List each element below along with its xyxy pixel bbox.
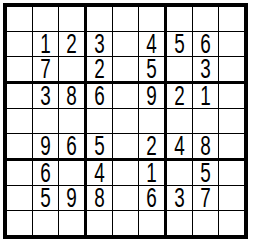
given-digit: 1 (40, 32, 51, 56)
cell-r8c7[interactable]: 3 (167, 186, 193, 211)
given-digit: 4 (174, 134, 185, 158)
cell-r4c9[interactable] (219, 84, 244, 109)
cell-r8c8[interactable]: 7 (193, 186, 219, 211)
cell-r9c5[interactable] (113, 211, 139, 235)
cell-r3c1[interactable] (7, 57, 33, 84)
cell-r3c5[interactable] (113, 57, 139, 84)
cell-r8c2[interactable]: 5 (33, 186, 59, 211)
given-digit: 2 (174, 84, 185, 108)
cell-r6c8[interactable]: 8 (193, 134, 219, 161)
given-digit: 6 (66, 134, 77, 158)
cell-r2c7[interactable]: 5 (167, 32, 193, 57)
cell-r8c9[interactable] (219, 186, 244, 211)
cell-r3c4[interactable]: 2 (87, 57, 113, 84)
cell-r9c3[interactable] (59, 211, 87, 235)
cell-r4c4[interactable]: 6 (87, 84, 113, 109)
cell-r2c9[interactable] (219, 32, 244, 57)
cell-r3c3[interactable] (59, 57, 87, 84)
cell-r8c1[interactable] (7, 186, 33, 211)
given-digit: 8 (94, 186, 105, 210)
cell-r4c2[interactable]: 3 (33, 84, 59, 109)
given-digit: 9 (66, 186, 77, 210)
cell-r9c7[interactable] (167, 211, 193, 235)
cell-r6c4[interactable]: 5 (87, 134, 113, 161)
cell-r6c3[interactable]: 6 (59, 134, 87, 161)
cell-r3c7[interactable] (167, 57, 193, 84)
sudoku-board: 12345672533869219652486415598637 (3, 3, 248, 239)
cell-r8c3[interactable]: 9 (59, 186, 87, 211)
cell-r4c6[interactable]: 9 (139, 84, 167, 109)
cell-r6c7[interactable]: 4 (167, 134, 193, 161)
cell-r3c2[interactable]: 7 (33, 57, 59, 84)
given-digit: 5 (146, 57, 157, 81)
cell-r2c5[interactable] (113, 32, 139, 57)
cell-r8c4[interactable]: 8 (87, 186, 113, 211)
cell-r7c1[interactable] (7, 161, 33, 186)
cell-r3c9[interactable] (219, 57, 244, 84)
given-digit: 8 (200, 134, 211, 158)
given-digit: 6 (200, 32, 211, 56)
given-digit: 3 (200, 57, 211, 81)
cell-r9c6[interactable] (139, 211, 167, 235)
cell-r4c5[interactable] (113, 84, 139, 109)
cell-r9c1[interactable] (7, 211, 33, 235)
cell-r6c1[interactable] (7, 134, 33, 161)
cell-r9c8[interactable] (193, 211, 219, 235)
cell-r7c9[interactable] (219, 161, 244, 186)
cell-r2c1[interactable] (7, 32, 33, 57)
cell-r2c3[interactable]: 2 (59, 32, 87, 57)
cell-r5c9[interactable] (219, 109, 244, 134)
given-digit: 3 (174, 186, 185, 210)
cell-r6c6[interactable]: 2 (139, 134, 167, 161)
cell-r4c3[interactable]: 8 (59, 84, 87, 109)
given-digit: 9 (40, 134, 51, 158)
cell-r3c8[interactable]: 3 (193, 57, 219, 84)
cell-r6c5[interactable] (113, 134, 139, 161)
given-digit: 2 (66, 32, 77, 56)
cell-r1c1[interactable] (7, 7, 33, 32)
given-digit: 2 (94, 57, 105, 81)
given-digit: 7 (40, 57, 51, 81)
given-digit: 6 (146, 186, 157, 210)
cell-r6c9[interactable] (219, 134, 244, 161)
cell-r8c6[interactable]: 6 (139, 186, 167, 211)
given-digit: 1 (200, 84, 211, 108)
given-digit: 4 (94, 161, 105, 185)
given-digit: 8 (66, 84, 77, 108)
given-digit: 5 (174, 32, 185, 56)
given-digit: 5 (94, 134, 105, 158)
given-digit: 6 (94, 84, 105, 108)
given-digit: 4 (146, 32, 157, 56)
cell-r7c5[interactable] (113, 161, 139, 186)
given-digit: 7 (200, 186, 211, 210)
given-digit: 3 (40, 84, 51, 108)
given-digit: 5 (40, 186, 51, 210)
cell-r4c8[interactable]: 1 (193, 84, 219, 109)
cell-r5c1[interactable] (7, 109, 33, 134)
cell-r1c5[interactable] (113, 7, 139, 32)
given-digit: 2 (146, 134, 157, 158)
cell-r8c5[interactable] (113, 186, 139, 211)
given-digit: 1 (146, 161, 157, 185)
cell-r4c1[interactable] (7, 84, 33, 109)
given-digit: 9 (146, 84, 157, 108)
given-digit: 5 (200, 161, 211, 185)
cell-r9c2[interactable] (33, 211, 59, 235)
cell-r3c6[interactable]: 5 (139, 57, 167, 84)
given-digit: 3 (94, 32, 105, 56)
cell-r6c2[interactable]: 9 (33, 134, 59, 161)
cell-r4c7[interactable]: 2 (167, 84, 193, 109)
cell-r9c9[interactable] (219, 211, 244, 235)
cell-r1c9[interactable] (219, 7, 244, 32)
given-digit: 6 (40, 161, 51, 185)
cell-r5c5[interactable] (113, 109, 139, 134)
cell-r9c4[interactable] (87, 211, 113, 235)
page: 12345672533869219652486415598637 (0, 0, 254, 239)
